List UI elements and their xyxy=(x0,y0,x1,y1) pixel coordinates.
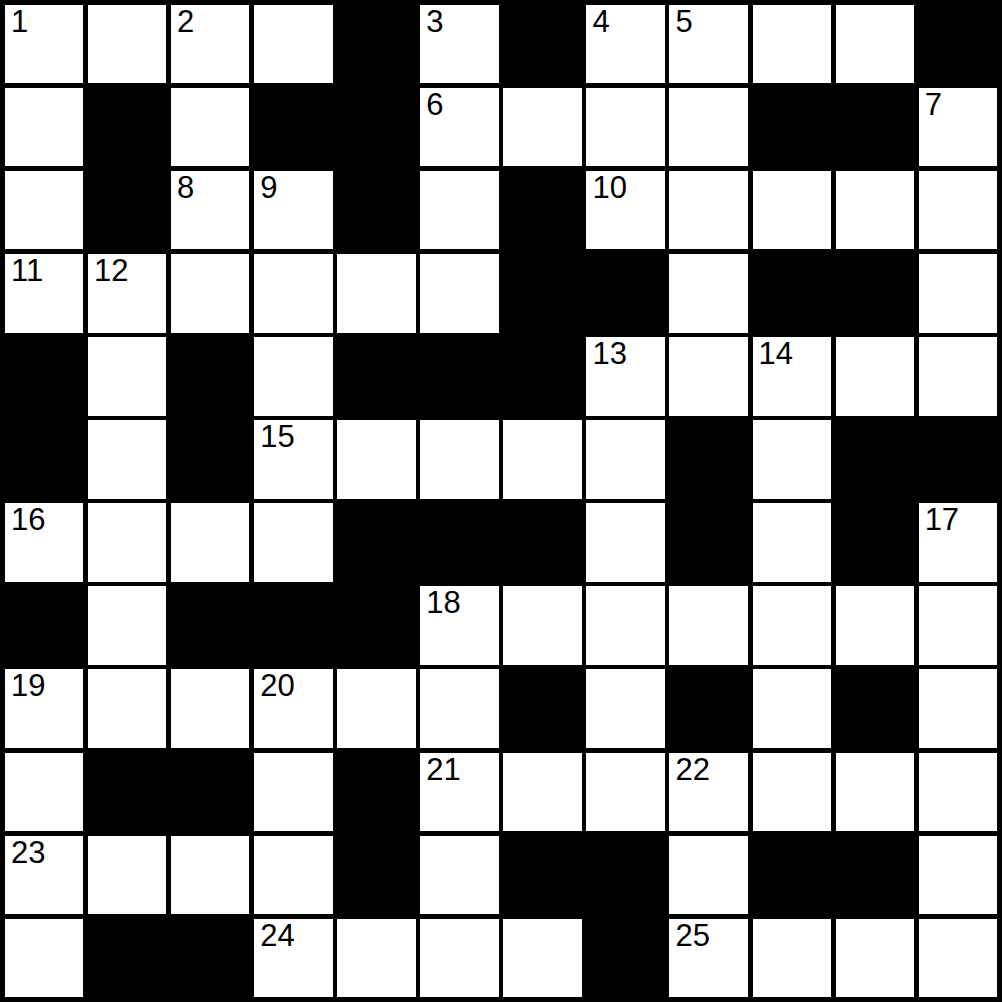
clue-number: 1 xyxy=(11,6,28,37)
black-cell xyxy=(5,586,83,664)
white-cell[interactable] xyxy=(503,586,581,664)
white-cell[interactable] xyxy=(254,503,332,581)
black-cell xyxy=(337,503,415,581)
white-cell[interactable] xyxy=(586,503,664,581)
white-cell[interactable] xyxy=(420,171,498,249)
clue-number: 4 xyxy=(592,6,609,37)
white-cell[interactable] xyxy=(836,919,914,997)
white-cell[interactable] xyxy=(5,88,83,166)
clue-number: 17 xyxy=(925,504,959,535)
white-cell[interactable] xyxy=(836,586,914,664)
white-cell[interactable] xyxy=(753,420,831,498)
black-cell xyxy=(503,171,581,249)
white-cell[interactable] xyxy=(503,919,581,997)
black-cell xyxy=(503,337,581,415)
white-cell[interactable] xyxy=(88,503,166,581)
white-cell[interactable] xyxy=(836,337,914,415)
white-cell[interactable]: 1 xyxy=(5,5,83,83)
white-cell[interactable] xyxy=(88,586,166,664)
black-cell xyxy=(503,503,581,581)
black-cell xyxy=(420,337,498,415)
black-cell xyxy=(5,420,83,498)
clue-number: 23 xyxy=(11,837,45,868)
white-cell[interactable] xyxy=(88,669,166,747)
black-cell xyxy=(836,503,914,581)
white-cell[interactable] xyxy=(503,88,581,166)
white-cell[interactable]: 6 xyxy=(420,88,498,166)
white-cell[interactable] xyxy=(88,5,166,83)
black-cell xyxy=(503,836,581,914)
black-cell xyxy=(919,5,997,83)
black-cell xyxy=(5,337,83,415)
white-cell[interactable] xyxy=(919,254,997,332)
white-cell[interactable]: 17 xyxy=(919,503,997,581)
white-cell[interactable] xyxy=(669,171,747,249)
white-cell[interactable] xyxy=(669,836,747,914)
black-cell xyxy=(586,836,664,914)
white-cell[interactable] xyxy=(669,88,747,166)
clue-number: 11 xyxy=(11,255,43,286)
black-cell xyxy=(337,337,415,415)
white-cell[interactable]: 12 xyxy=(88,254,166,332)
white-cell[interactable] xyxy=(586,420,664,498)
white-cell[interactable] xyxy=(171,669,249,747)
clue-number: 19 xyxy=(11,670,45,701)
black-cell xyxy=(337,88,415,166)
white-cell[interactable] xyxy=(586,669,664,747)
clue-number: 2 xyxy=(177,6,194,37)
white-cell[interactable] xyxy=(919,919,997,997)
clue-number: 3 xyxy=(426,6,443,37)
black-cell xyxy=(753,88,831,166)
white-cell[interactable] xyxy=(919,753,997,831)
white-cell[interactable] xyxy=(753,669,831,747)
white-cell[interactable] xyxy=(919,337,997,415)
white-cell[interactable] xyxy=(919,171,997,249)
clue-number: 7 xyxy=(925,89,942,120)
white-cell[interactable] xyxy=(836,753,914,831)
white-cell[interactable] xyxy=(836,5,914,83)
black-cell xyxy=(337,836,415,914)
white-cell[interactable] xyxy=(337,919,415,997)
white-cell[interactable] xyxy=(88,337,166,415)
black-cell xyxy=(669,669,747,747)
black-cell xyxy=(420,503,498,581)
white-cell[interactable] xyxy=(254,5,332,83)
black-cell xyxy=(171,753,249,831)
white-cell[interactable] xyxy=(586,753,664,831)
white-cell[interactable]: 23 xyxy=(5,836,83,914)
white-cell[interactable]: 19 xyxy=(5,669,83,747)
white-cell[interactable]: 8 xyxy=(171,171,249,249)
white-cell[interactable] xyxy=(753,919,831,997)
clue-number: 20 xyxy=(260,670,294,701)
white-cell[interactable]: 7 xyxy=(919,88,997,166)
white-cell[interactable]: 22 xyxy=(669,753,747,831)
white-cell[interactable] xyxy=(753,753,831,831)
white-cell[interactable] xyxy=(254,753,332,831)
white-cell[interactable] xyxy=(254,836,332,914)
white-cell[interactable]: 4 xyxy=(586,5,664,83)
black-cell xyxy=(337,586,415,664)
white-cell[interactable] xyxy=(669,337,747,415)
white-cell[interactable]: 16 xyxy=(5,503,83,581)
black-cell xyxy=(337,171,415,249)
black-cell xyxy=(503,254,581,332)
clue-number: 8 xyxy=(177,172,194,203)
black-cell xyxy=(503,669,581,747)
black-cell xyxy=(337,5,415,83)
black-cell xyxy=(88,88,166,166)
white-cell[interactable] xyxy=(586,88,664,166)
white-cell[interactable]: 25 xyxy=(669,919,747,997)
white-cell[interactable]: 18 xyxy=(420,586,498,664)
white-cell[interactable]: 3 xyxy=(420,5,498,83)
black-cell xyxy=(171,337,249,415)
clue-number: 9 xyxy=(260,172,277,203)
clue-number: 24 xyxy=(260,920,294,951)
white-cell[interactable] xyxy=(5,919,83,997)
black-cell xyxy=(254,586,332,664)
black-cell xyxy=(669,420,747,498)
black-cell xyxy=(337,753,415,831)
clue-number: 25 xyxy=(675,920,709,951)
white-cell[interactable] xyxy=(88,420,166,498)
black-cell xyxy=(88,753,166,831)
black-cell xyxy=(171,586,249,664)
white-cell[interactable] xyxy=(586,586,664,664)
clue-number: 13 xyxy=(592,338,626,369)
black-cell xyxy=(88,919,166,997)
white-cell[interactable]: 2 xyxy=(171,5,249,83)
black-cell xyxy=(836,254,914,332)
white-cell[interactable] xyxy=(171,836,249,914)
white-cell[interactable] xyxy=(420,420,498,498)
white-cell[interactable]: 13 xyxy=(586,337,664,415)
white-cell[interactable]: 10 xyxy=(586,171,664,249)
white-cell[interactable]: 15 xyxy=(254,420,332,498)
white-cell[interactable] xyxy=(171,503,249,581)
white-cell[interactable]: 21 xyxy=(420,753,498,831)
black-cell xyxy=(88,171,166,249)
white-cell[interactable]: 14 xyxy=(753,337,831,415)
clue-number: 22 xyxy=(675,754,709,785)
clue-number: 5 xyxy=(675,6,692,37)
black-cell xyxy=(171,420,249,498)
crossword-puzzle: 1234567891011121314151617181920212223242… xyxy=(0,0,1002,1002)
white-cell[interactable]: 5 xyxy=(669,5,747,83)
clue-number: 18 xyxy=(426,587,460,618)
white-cell[interactable]: 11 xyxy=(5,254,83,332)
white-cell[interactable] xyxy=(337,420,415,498)
black-cell xyxy=(254,88,332,166)
white-cell[interactable] xyxy=(669,586,747,664)
black-cell xyxy=(669,503,747,581)
white-cell[interactable] xyxy=(753,503,831,581)
clue-number: 16 xyxy=(11,504,45,535)
black-cell xyxy=(836,420,914,498)
white-cell[interactable] xyxy=(503,420,581,498)
white-cell[interactable] xyxy=(919,586,997,664)
clue-number: 10 xyxy=(592,172,626,203)
white-cell[interactable] xyxy=(420,254,498,332)
white-cell[interactable] xyxy=(753,586,831,664)
white-cell[interactable] xyxy=(420,919,498,997)
black-cell xyxy=(836,88,914,166)
black-cell xyxy=(171,919,249,997)
white-cell[interactable] xyxy=(5,753,83,831)
white-cell[interactable] xyxy=(669,254,747,332)
clue-number: 14 xyxy=(759,338,793,369)
clue-number: 12 xyxy=(94,255,128,286)
black-cell xyxy=(586,254,664,332)
black-cell xyxy=(753,836,831,914)
white-cell[interactable] xyxy=(254,337,332,415)
white-cell[interactable] xyxy=(753,171,831,249)
white-cell[interactable] xyxy=(420,669,498,747)
white-cell[interactable] xyxy=(337,254,415,332)
clue-number: 6 xyxy=(426,89,443,120)
black-cell xyxy=(753,254,831,332)
crossword-board: 1234567891011121314151617181920212223242… xyxy=(0,0,1002,1002)
white-cell[interactable] xyxy=(753,5,831,83)
clue-number: 21 xyxy=(426,754,460,785)
black-cell xyxy=(836,836,914,914)
white-cell[interactable]: 20 xyxy=(254,669,332,747)
white-cell[interactable] xyxy=(836,171,914,249)
black-cell xyxy=(586,919,664,997)
white-cell[interactable] xyxy=(420,836,498,914)
white-cell[interactable]: 9 xyxy=(254,171,332,249)
white-cell[interactable] xyxy=(919,669,997,747)
white-cell[interactable] xyxy=(171,254,249,332)
white-cell[interactable] xyxy=(919,836,997,914)
clue-number: 15 xyxy=(260,421,294,452)
black-cell xyxy=(836,669,914,747)
white-cell[interactable]: 24 xyxy=(254,919,332,997)
black-cell xyxy=(503,5,581,83)
white-cell[interactable] xyxy=(337,669,415,747)
white-cell[interactable] xyxy=(5,171,83,249)
white-cell[interactable] xyxy=(254,254,332,332)
white-cell[interactable] xyxy=(503,753,581,831)
white-cell[interactable] xyxy=(88,836,166,914)
black-cell xyxy=(919,420,997,498)
white-cell[interactable] xyxy=(171,88,249,166)
